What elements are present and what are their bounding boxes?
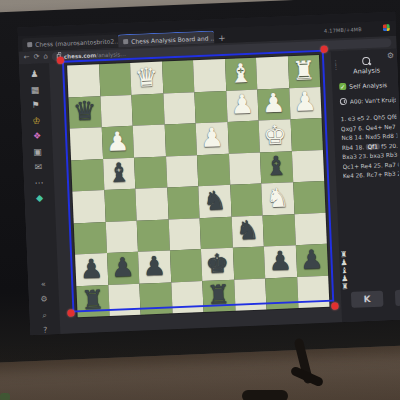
learn-icon[interactable]: ❖ <box>33 132 41 141</box>
square-c8[interactable]: ♛ <box>130 62 163 95</box>
network-status-text: 4.17MB/+4MB <box>324 26 362 34</box>
back-icon[interactable]: ← <box>24 54 30 61</box>
square-a1[interactable]: ♜ <box>76 285 109 318</box>
square-c1[interactable] <box>139 282 172 315</box>
current-move-highlight[interactable]: Qf1 <box>366 143 380 150</box>
crop-handle-bottom-right[interactable] <box>331 302 338 309</box>
white-k-piece[interactable]: ♚ <box>263 121 287 148</box>
chess-board[interactable]: ♛♝♜♛♟♟♟♟♟♚♝♝♞♞♞♟♟♟♚♟♟♜♜ <box>67 55 329 317</box>
home-icon[interactable]: ⌂ <box>43 53 48 60</box>
square-d3[interactable] <box>168 218 201 251</box>
square-f5[interactable] <box>228 152 261 185</box>
black-p-piece[interactable]: ♟ <box>79 255 103 282</box>
black-p-piece[interactable]: ♟ <box>142 252 166 279</box>
square-g1[interactable] <box>265 277 298 310</box>
opening-row[interactable]: A00: Van't Kruijs <box>340 96 396 105</box>
square-b4[interactable] <box>104 189 137 222</box>
watch-board-icon[interactable]: ▣ <box>33 147 42 156</box>
square-g2[interactable]: ♟ <box>264 245 297 278</box>
square-b5[interactable]: ♝ <box>103 157 136 190</box>
black-q-piece[interactable]: ♛ <box>73 98 97 125</box>
black-p-piece[interactable]: ♟ <box>268 247 292 274</box>
checkbox-checked-icon[interactable]: ✓ <box>339 83 346 90</box>
membership-crown-icon[interactable]: ♔ <box>32 116 40 125</box>
square-d2[interactable] <box>169 249 202 282</box>
square-b3[interactable] <box>105 220 138 253</box>
square-h8[interactable]: ♜ <box>287 55 320 88</box>
settings-gear-icon[interactable]: ⚙ <box>40 295 48 304</box>
square-f6[interactable] <box>227 121 260 154</box>
more-icon[interactable]: ⋯ <box>34 178 43 187</box>
k-button[interactable]: K <box>351 291 384 308</box>
square-c7[interactable] <box>131 93 164 126</box>
black-k-piece[interactable]: ♚ <box>205 250 229 277</box>
square-b7[interactable] <box>100 94 133 127</box>
square-a5[interactable] <box>71 159 104 192</box>
collapse-icon[interactable]: « <box>41 279 46 288</box>
photo-of-monitor: Chess (maurosantosbrito2... × Chess Anal… <box>0 0 400 400</box>
square-f4[interactable] <box>230 184 263 217</box>
square-d8[interactable] <box>162 60 195 93</box>
tab-favicon <box>123 38 128 43</box>
white-q-piece[interactable]: ♛ <box>134 64 158 91</box>
square-g6[interactable]: ♚ <box>259 119 292 152</box>
white-p-piece[interactable]: ♟ <box>230 91 254 118</box>
square-e1[interactable]: ♜ <box>202 279 235 312</box>
screen: Chess (maurosantosbrito2... × Chess Anal… <box>17 12 400 336</box>
square-e6[interactable]: ♟ <box>196 122 229 155</box>
square-e2[interactable]: ♚ <box>201 248 234 281</box>
black-p-piece[interactable]: ♟ <box>300 246 324 273</box>
square-g5[interactable]: ♝ <box>260 151 293 184</box>
square-e7[interactable] <box>194 90 227 123</box>
captured-piece-icon: ♜ <box>341 283 349 291</box>
puzzles-board-icon[interactable]: ▦ <box>31 85 40 94</box>
white-p-piece[interactable]: ♟ <box>200 124 224 151</box>
move-list[interactable]: 1. e3 e5 2. Qh5 Qf6 3.Qxg7 6. Qe4+ Ne7 9… <box>340 113 399 182</box>
square-c4[interactable] <box>135 187 168 220</box>
white-p-piece[interactable]: ♟ <box>105 128 129 155</box>
photo-artifact <box>0 393 10 400</box>
extension-icon[interactable] <box>383 24 390 31</box>
self-analysis-label: Self Analysis <box>349 81 387 90</box>
tab-label: Chess Analysis Board and ... <box>131 34 214 45</box>
board-area: ♛♝♜♛♟♟♟♟♟♚♝♝♞♞♞♟♟♟♚♟♟♜♜ ♜♟♝♟♜ <box>49 51 342 334</box>
square-h6[interactable] <box>290 118 323 151</box>
tab-label: Chess (maurosantosbrito2... <box>35 37 118 48</box>
black-p-piece[interactable]: ♟ <box>111 254 135 281</box>
square-a3[interactable] <box>74 222 107 255</box>
square-h5[interactable] <box>291 149 324 182</box>
black-r-piece[interactable]: ♜ <box>81 286 105 313</box>
url-text: chess.com/analysis… <box>64 51 126 60</box>
square-b2[interactable]: ♟ <box>107 252 140 285</box>
square-e5[interactable] <box>197 153 230 186</box>
crop-handle-top-right[interactable] <box>321 46 328 53</box>
square-a6[interactable] <box>70 127 103 160</box>
square-f7[interactable]: ♟ <box>226 89 259 122</box>
white-p-piece[interactable]: ♟ <box>293 88 317 115</box>
square-b1[interactable] <box>108 283 141 316</box>
diamond-upgrade-icon[interactable]: ◆ <box>36 194 43 203</box>
square-h2[interactable]: ♟ <box>295 244 328 277</box>
square-d6[interactable] <box>164 123 197 156</box>
analysis-title: Analysis <box>338 66 394 76</box>
crop-handle-bottom-left[interactable] <box>67 309 74 316</box>
chat-icon[interactable]: ✉ <box>34 163 42 172</box>
move-line[interactable]: Ke4 26. Rc7+ Rb3 27. <box>343 170 399 182</box>
square-g7[interactable]: ♟ <box>257 88 290 121</box>
square-f2[interactable] <box>232 246 265 279</box>
square-h4[interactable] <box>293 181 326 214</box>
square-d5[interactable] <box>166 155 199 188</box>
partial-button[interactable] <box>395 289 400 306</box>
opening-clock-icon <box>340 98 347 105</box>
square-b6[interactable]: ♟ <box>101 126 134 159</box>
square-h1[interactable] <box>297 275 330 308</box>
white-r-piece[interactable]: ♜ <box>292 57 316 84</box>
square-f1[interactable] <box>234 278 267 311</box>
panel-settings-gear-icon[interactable]: ⚙ <box>387 51 395 60</box>
white-b-piece[interactable]: ♝ <box>229 60 253 87</box>
square-h3[interactable] <box>294 212 327 245</box>
square-f8[interactable]: ♝ <box>224 58 257 91</box>
panel-grip[interactable]: ⋮⋮ <box>332 61 339 69</box>
square-d7[interactable] <box>163 92 196 125</box>
new-tab-button[interactable]: + <box>218 34 226 43</box>
square-e3[interactable] <box>200 216 233 249</box>
square-a2[interactable]: ♟ <box>75 253 108 286</box>
opening-name: A00: Van't Kruijs <box>350 96 396 104</box>
wall-shadow <box>0 340 400 400</box>
crop-handle-top-left[interactable] <box>57 57 64 64</box>
square-c5[interactable] <box>134 156 167 189</box>
monitor-cable <box>242 390 288 400</box>
square-c2[interactable]: ♟ <box>138 250 171 283</box>
help-icon[interactable]: ? <box>43 326 48 335</box>
tournaments-trophy-icon[interactable]: ⚑ <box>32 101 40 110</box>
black-n-piece[interactable]: ♞ <box>202 187 226 214</box>
square-b8[interactable] <box>99 63 132 96</box>
square-a8[interactable] <box>67 64 100 97</box>
square-a7[interactable]: ♛ <box>68 96 101 129</box>
white-p-piece[interactable]: ♟ <box>261 90 285 117</box>
square-c6[interactable] <box>133 125 166 158</box>
square-e4[interactable]: ♞ <box>198 185 231 218</box>
search-icon[interactable]: ⌕ <box>42 310 47 319</box>
play-pawn-icon[interactable]: ♟ <box>30 70 38 79</box>
square-d1[interactable] <box>171 281 204 314</box>
square-g4[interactable]: ♞ <box>261 182 294 215</box>
black-r-piece[interactable]: ♜ <box>206 281 230 308</box>
self-analysis-toggle[interactable]: ✓ Self Analysis <box>339 81 395 90</box>
square-f3[interactable]: ♞ <box>231 215 264 248</box>
tab-favicon <box>27 42 32 47</box>
square-g8[interactable] <box>256 56 289 89</box>
black-n-piece[interactable]: ♞ <box>235 217 259 244</box>
square-d4[interactable] <box>167 186 200 219</box>
page-body: ♟▦⚑♔❖▣✉⋯◆«⚙⌕? ♛♝♜♛♟♟♟♟♟♚♝♝♞♞♞♟♟♟♚♟♟♜♜ ♜♟… <box>19 49 400 336</box>
black-b-piece[interactable]: ♝ <box>107 159 131 186</box>
reload-icon[interactable]: ⟳ <box>33 54 39 61</box>
square-e8[interactable] <box>193 59 226 92</box>
white-n-piece[interactable]: ♞ <box>265 184 289 211</box>
monitor-bezel: Chess (maurosantosbrito2... × Chess Anal… <box>0 0 400 363</box>
square-c3[interactable] <box>137 219 170 252</box>
black-b-piece[interactable]: ♝ <box>264 153 288 180</box>
square-a4[interactable] <box>72 190 105 223</box>
square-g3[interactable] <box>263 214 296 247</box>
analysis-magnifier-icon <box>361 56 371 66</box>
square-h7[interactable]: ♟ <box>289 86 322 119</box>
